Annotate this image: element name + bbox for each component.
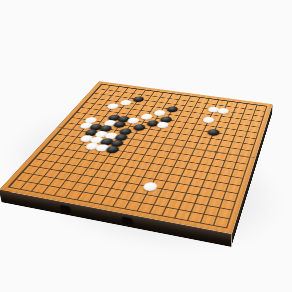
black-stone[interactable]	[207, 128, 221, 136]
hinge-nub	[60, 205, 70, 213]
star-point	[115, 100, 119, 102]
star-point	[58, 169, 62, 171]
white-stone[interactable]	[217, 107, 230, 114]
star-point	[196, 193, 200, 196]
star-point	[229, 116, 232, 118]
black-stone[interactable]	[105, 145, 121, 153]
hinge-nub	[121, 217, 132, 225]
white-stone[interactable]	[106, 103, 120, 109]
white-stone[interactable]	[202, 116, 215, 123]
white-stone[interactable]	[126, 117, 140, 124]
black-stone[interactable]	[166, 106, 179, 113]
white-stone[interactable]	[84, 142, 100, 150]
black-stone[interactable]	[132, 96, 145, 102]
star-point	[125, 181, 129, 184]
white-stone[interactable]	[119, 99, 132, 105]
star-point	[150, 141, 154, 143]
white-stone[interactable]	[156, 121, 170, 128]
white-stone[interactable]	[153, 109, 166, 116]
black-stone[interactable]	[109, 139, 124, 147]
white-stone[interactable]	[142, 181, 159, 191]
white-stone[interactable]	[140, 113, 154, 120]
black-stone[interactable]	[112, 121, 126, 128]
black-stone[interactable]	[132, 124, 146, 131]
white-stone[interactable]	[94, 144, 110, 152]
star-point	[214, 151, 218, 153]
product-photo-scene	[0, 0, 292, 292]
